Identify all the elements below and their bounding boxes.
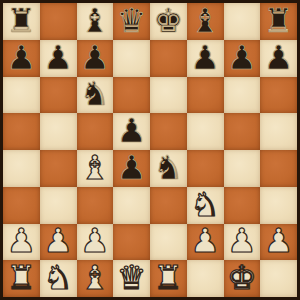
white-pawn: ♟ xyxy=(190,224,220,257)
black-pawn: ♟ xyxy=(227,41,257,74)
square-c2[interactable]: ♟ xyxy=(77,224,114,261)
white-pawn: ♟ xyxy=(43,224,73,257)
square-d5[interactable]: ♟ xyxy=(113,113,150,150)
square-b8[interactable] xyxy=(40,3,77,40)
black-pawn: ♟ xyxy=(117,114,147,147)
square-d7[interactable] xyxy=(113,40,150,77)
square-d8[interactable]: ♛ xyxy=(113,3,150,40)
square-e6[interactable] xyxy=(150,77,187,114)
square-c3[interactable] xyxy=(77,187,114,224)
square-h5[interactable] xyxy=(260,113,297,150)
white-pawn: ♟ xyxy=(80,224,110,257)
square-a2[interactable]: ♟ xyxy=(3,224,40,261)
white-pawn: ♟ xyxy=(227,224,257,257)
square-f6[interactable] xyxy=(187,77,224,114)
white-rook: ♜ xyxy=(154,261,184,294)
square-b1[interactable]: ♞ xyxy=(40,260,77,297)
square-a1[interactable]: ♜ xyxy=(3,260,40,297)
square-e7[interactable] xyxy=(150,40,187,77)
black-bishop: ♝ xyxy=(190,4,220,37)
square-g7[interactable]: ♟ xyxy=(224,40,261,77)
black-pawn: ♟ xyxy=(190,41,220,74)
square-e5[interactable] xyxy=(150,113,187,150)
square-c6[interactable]: ♞ xyxy=(77,77,114,114)
white-knight: ♞ xyxy=(43,261,73,294)
white-knight: ♞ xyxy=(190,188,220,221)
square-d2[interactable] xyxy=(113,224,150,261)
square-c8[interactable]: ♝ xyxy=(77,3,114,40)
square-g4[interactable] xyxy=(224,150,261,187)
square-f3[interactable]: ♞ xyxy=(187,187,224,224)
square-b5[interactable] xyxy=(40,113,77,150)
square-f5[interactable] xyxy=(187,113,224,150)
black-bishop: ♝ xyxy=(80,4,110,37)
black-rook: ♜ xyxy=(264,4,294,37)
square-f4[interactable] xyxy=(187,150,224,187)
square-e8[interactable]: ♚ xyxy=(150,3,187,40)
square-b7[interactable]: ♟ xyxy=(40,40,77,77)
square-g3[interactable] xyxy=(224,187,261,224)
square-f1[interactable] xyxy=(187,260,224,297)
square-d1[interactable]: ♛ xyxy=(113,260,150,297)
black-knight: ♞ xyxy=(154,151,184,184)
square-b4[interactable] xyxy=(40,150,77,187)
square-a7[interactable]: ♟ xyxy=(3,40,40,77)
square-a4[interactable] xyxy=(3,150,40,187)
black-knight: ♞ xyxy=(80,77,110,110)
square-h3[interactable] xyxy=(260,187,297,224)
white-pawn: ♟ xyxy=(7,224,37,257)
square-g2[interactable]: ♟ xyxy=(224,224,261,261)
square-h8[interactable]: ♜ xyxy=(260,3,297,40)
black-king: ♚ xyxy=(154,4,184,37)
square-h7[interactable]: ♟ xyxy=(260,40,297,77)
black-queen: ♛ xyxy=(117,4,147,37)
square-d6[interactable] xyxy=(113,77,150,114)
square-b2[interactable]: ♟ xyxy=(40,224,77,261)
square-h1[interactable] xyxy=(260,260,297,297)
square-d4[interactable]: ♟ xyxy=(113,150,150,187)
chess-board-frame: ♜♝♛♚♝♜♟♟♟♟♟♟♞♟♝♟♞♞♟♟♟♟♟♟♜♞♝♛♜♚ xyxy=(0,0,300,300)
square-e3[interactable] xyxy=(150,187,187,224)
square-c7[interactable]: ♟ xyxy=(77,40,114,77)
square-a6[interactable] xyxy=(3,77,40,114)
white-bishop: ♝ xyxy=(80,261,110,294)
square-a8[interactable]: ♜ xyxy=(3,3,40,40)
square-h4[interactable] xyxy=(260,150,297,187)
black-rook: ♜ xyxy=(7,4,37,37)
black-pawn: ♟ xyxy=(80,41,110,74)
white-king: ♚ xyxy=(227,261,257,294)
square-c4[interactable]: ♝ xyxy=(77,150,114,187)
square-c1[interactable]: ♝ xyxy=(77,260,114,297)
square-a5[interactable] xyxy=(3,113,40,150)
square-h6[interactable] xyxy=(260,77,297,114)
square-g8[interactable] xyxy=(224,3,261,40)
square-b6[interactable] xyxy=(40,77,77,114)
black-pawn: ♟ xyxy=(117,151,147,184)
square-d3[interactable] xyxy=(113,187,150,224)
black-pawn: ♟ xyxy=(43,41,73,74)
square-e2[interactable] xyxy=(150,224,187,261)
white-bishop: ♝ xyxy=(80,151,110,184)
square-a3[interactable] xyxy=(3,187,40,224)
square-f8[interactable]: ♝ xyxy=(187,3,224,40)
square-g5[interactable] xyxy=(224,113,261,150)
white-pawn: ♟ xyxy=(264,224,294,257)
white-queen: ♛ xyxy=(117,261,147,294)
square-g6[interactable] xyxy=(224,77,261,114)
black-pawn: ♟ xyxy=(264,41,294,74)
black-pawn: ♟ xyxy=(7,41,37,74)
square-c5[interactable] xyxy=(77,113,114,150)
square-g1[interactable]: ♚ xyxy=(224,260,261,297)
white-rook: ♜ xyxy=(7,261,37,294)
square-e1[interactable]: ♜ xyxy=(150,260,187,297)
square-h2[interactable]: ♟ xyxy=(260,224,297,261)
square-e4[interactable]: ♞ xyxy=(150,150,187,187)
square-f7[interactable]: ♟ xyxy=(187,40,224,77)
square-b3[interactable] xyxy=(40,187,77,224)
chess-board: ♜♝♛♚♝♜♟♟♟♟♟♟♞♟♝♟♞♞♟♟♟♟♟♟♜♞♝♛♜♚ xyxy=(3,3,297,297)
square-f2[interactable]: ♟ xyxy=(187,224,224,261)
